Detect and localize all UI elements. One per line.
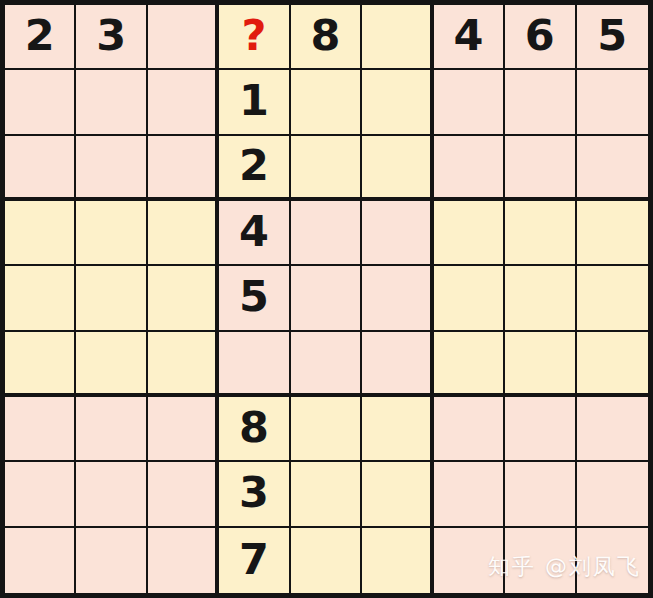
cell-r8c7 (434, 462, 505, 527)
cell-r4c8 (505, 201, 576, 266)
cell-r9c4: 7 (219, 528, 290, 593)
cell-r7c8 (505, 397, 576, 462)
cell-r2c8 (505, 70, 576, 135)
cell-r7c2 (76, 397, 147, 462)
cell-r6c7 (434, 332, 505, 397)
cell-r1c4: ? (219, 5, 290, 70)
cell-r9c9 (577, 528, 648, 593)
cell-r6c2 (76, 332, 147, 397)
given-digit: 6 (525, 14, 555, 59)
cell-r3c3 (148, 136, 219, 201)
cell-r1c6 (362, 5, 433, 70)
cell-r6c9 (577, 332, 648, 397)
cell-r6c3 (148, 332, 219, 397)
cell-r4c9 (577, 201, 648, 266)
cell-r9c1 (5, 528, 76, 593)
cell-r5c6 (362, 266, 433, 331)
given-digit: 8 (311, 14, 341, 59)
cell-r1c7: 4 (434, 5, 505, 70)
cell-r1c9: 5 (577, 5, 648, 70)
cell-r4c7 (434, 201, 505, 266)
cell-r8c5 (291, 462, 362, 527)
cell-r2c2 (76, 70, 147, 135)
cell-r3c6 (362, 136, 433, 201)
cell-r7c9 (577, 397, 648, 462)
cell-r5c5 (291, 266, 362, 331)
sudoku-board: 23?84651245837 (0, 0, 653, 598)
cell-r7c7 (434, 397, 505, 462)
cell-r2c5 (291, 70, 362, 135)
cell-r8c6 (362, 462, 433, 527)
cell-r2c9 (577, 70, 648, 135)
given-digit: 2 (25, 14, 55, 59)
cell-r6c1 (5, 332, 76, 397)
unknown-question-mark: ? (242, 14, 267, 59)
cell-r4c3 (148, 201, 219, 266)
given-digit: 1 (239, 79, 269, 124)
cell-r5c4: 5 (219, 266, 290, 331)
given-digit: 5 (239, 275, 269, 320)
cell-r6c4 (219, 332, 290, 397)
cell-r3c2 (76, 136, 147, 201)
cell-r3c7 (434, 136, 505, 201)
cell-r9c2 (76, 528, 147, 593)
cell-r3c9 (577, 136, 648, 201)
cell-r5c1 (5, 266, 76, 331)
cell-r8c8 (505, 462, 576, 527)
cell-r5c2 (76, 266, 147, 331)
cell-r9c3 (148, 528, 219, 593)
cell-r5c7 (434, 266, 505, 331)
cell-r8c2 (76, 462, 147, 527)
cell-r3c5 (291, 136, 362, 201)
cell-r4c2 (76, 201, 147, 266)
cell-r1c2: 3 (76, 5, 147, 70)
given-digit: 3 (239, 471, 269, 516)
given-digit: 5 (597, 14, 627, 59)
cell-r6c5 (291, 332, 362, 397)
cell-r2c3 (148, 70, 219, 135)
cell-r8c4: 3 (219, 462, 290, 527)
cell-r9c5 (291, 528, 362, 593)
cell-r1c5: 8 (291, 5, 362, 70)
cell-r6c6 (362, 332, 433, 397)
cell-r1c1: 2 (5, 5, 76, 70)
cell-r8c3 (148, 462, 219, 527)
cell-r2c1 (5, 70, 76, 135)
cell-r9c8 (505, 528, 576, 593)
cell-r4c4: 4 (219, 201, 290, 266)
cell-r3c8 (505, 136, 576, 201)
cell-r9c6 (362, 528, 433, 593)
cell-r5c9 (577, 266, 648, 331)
cell-r3c4: 2 (219, 136, 290, 201)
cell-r8c1 (5, 462, 76, 527)
given-digit: 4 (239, 210, 269, 255)
cell-r7c4: 8 (219, 397, 290, 462)
given-digit: 3 (96, 14, 126, 59)
given-digit: 2 (239, 144, 269, 189)
cell-r9c7 (434, 528, 505, 593)
cell-r6c8 (505, 332, 576, 397)
cell-r5c8 (505, 266, 576, 331)
cell-r7c1 (5, 397, 76, 462)
cell-r7c6 (362, 397, 433, 462)
cell-r2c6 (362, 70, 433, 135)
cell-r7c5 (291, 397, 362, 462)
cell-r1c8: 6 (505, 5, 576, 70)
cell-r1c3 (148, 5, 219, 70)
sudoku-puzzle: 23?84651245837 知乎 @刘凤飞 (0, 0, 653, 598)
cell-r3c1 (5, 136, 76, 201)
cell-r2c4: 1 (219, 70, 290, 135)
cell-r5c3 (148, 266, 219, 331)
given-digit: 7 (239, 538, 269, 583)
cell-r4c5 (291, 201, 362, 266)
given-digit: 8 (239, 406, 269, 451)
cell-r8c9 (577, 462, 648, 527)
cell-r7c3 (148, 397, 219, 462)
cell-r2c7 (434, 70, 505, 135)
cell-r4c1 (5, 201, 76, 266)
given-digit: 4 (453, 14, 483, 59)
cell-r4c6 (362, 201, 433, 266)
